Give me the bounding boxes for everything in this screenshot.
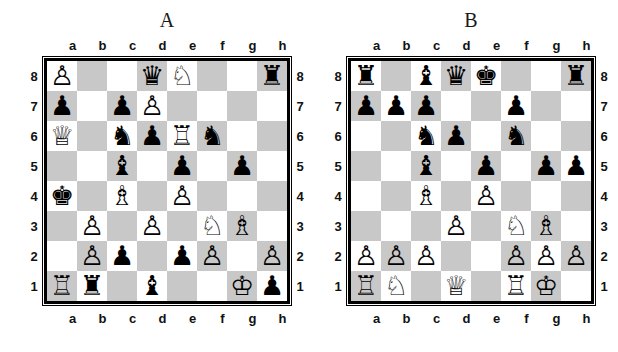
board-a-group: A abcdefgh 87654321 ♙♛♘♜♟♟♙♕♞♟♖♞♝♟♟♚♗♙♙♙… (26, 8, 308, 326)
piece-black-bishop-c5: ♝ (414, 152, 438, 179)
file-label-e: e (178, 311, 208, 326)
square-c1 (411, 271, 441, 301)
square-f6: ♞ (501, 121, 531, 151)
file-label-g: g (542, 311, 572, 326)
square-g8 (227, 61, 257, 91)
rank-label-2: 2 (292, 241, 308, 271)
board-b-file-labels-bottom: abcdefgh (341, 310, 602, 326)
board-a-file-labels-top: abcdefgh (37, 37, 298, 53)
board-a-rank-labels-left: 87654321 (26, 56, 42, 306)
board-a: ♙♛♘♜♟♟♙♕♞♟♖♞♝♟♟♚♗♙♙♙♘♗♙♟♟♙♙♖♜♝♔♟ (47, 61, 287, 301)
piece-black-knight-c6: ♞ (110, 122, 134, 149)
file-label-a: a (362, 38, 392, 53)
rank-label-8: 8 (26, 61, 42, 91)
square-e4: ♙ (471, 181, 501, 211)
file-label-c: c (118, 38, 148, 53)
file-label-g: g (238, 38, 268, 53)
piece-white-knight-e8: ♘ (170, 62, 194, 89)
rank-label-7: 7 (596, 91, 612, 121)
spacer (341, 45, 362, 46)
square-g4 (227, 181, 257, 211)
square-g1: ♔ (227, 271, 257, 301)
piece-white-pawn-c2: ♙ (414, 242, 438, 269)
chess-figure: A abcdefgh 87654321 ♙♛♘♜♟♟♙♕♞♟♖♞♝♟♟♚♗♙♙♙… (0, 0, 618, 352)
square-a6: ♕ (47, 121, 77, 151)
square-h6 (257, 121, 287, 151)
square-a7: ♟ (47, 91, 77, 121)
square-g2 (227, 241, 257, 271)
rank-label-6: 6 (26, 121, 42, 151)
square-h8: ♜ (561, 61, 591, 91)
board-b-title: B (464, 8, 477, 32)
rank-label-4: 4 (330, 181, 346, 211)
square-g4 (531, 181, 561, 211)
rank-label-7: 7 (26, 91, 42, 121)
square-h2: ♙ (561, 241, 591, 271)
piece-black-pawn-e5: ♟ (170, 152, 194, 179)
piece-white-knight-b1: ♘ (384, 272, 408, 299)
square-b6 (381, 121, 411, 151)
rank-label-1: 1 (26, 271, 42, 301)
square-e5: ♟ (167, 151, 197, 181)
square-b6 (77, 121, 107, 151)
square-g6 (227, 121, 257, 151)
square-b5 (77, 151, 107, 181)
square-g5: ♟ (531, 151, 561, 181)
square-f5 (197, 151, 227, 181)
rank-label-6: 6 (330, 121, 346, 151)
rank-label-3: 3 (292, 211, 308, 241)
rank-label-3: 3 (26, 211, 42, 241)
square-h3 (561, 211, 591, 241)
square-d8: ♛ (441, 61, 471, 91)
piece-white-pawn-a8: ♙ (50, 62, 74, 89)
square-f7: ♟ (501, 91, 531, 121)
rank-label-4: 4 (26, 181, 42, 211)
square-c8 (107, 61, 137, 91)
square-a6 (351, 121, 381, 151)
square-f2: ♙ (197, 241, 227, 271)
square-h6 (561, 121, 591, 151)
file-label-d: d (148, 311, 178, 326)
file-label-c: c (118, 311, 148, 326)
board-b-group: B abcdefgh 87654321 ♜♝♛♚♜♟♟♟♟♞♟♞♝♟♟♟♗♙♙♘… (330, 8, 612, 326)
piece-black-pawn-a7: ♟ (354, 92, 378, 119)
square-b5 (381, 151, 411, 181)
rank-label-4: 4 (292, 181, 308, 211)
square-e6: ♖ (167, 121, 197, 151)
square-a2: ♙ (351, 241, 381, 271)
board-b-rank-labels-left: 87654321 (330, 56, 346, 306)
square-f8 (197, 61, 227, 91)
piece-white-pawn-h2: ♙ (260, 242, 284, 269)
square-f7 (197, 91, 227, 121)
square-g5: ♟ (227, 151, 257, 181)
square-e2 (471, 241, 501, 271)
square-a8: ♜ (351, 61, 381, 91)
file-label-b: b (88, 311, 118, 326)
piece-black-pawn-d6: ♟ (140, 122, 164, 149)
square-c5: ♝ (107, 151, 137, 181)
square-e8: ♚ (471, 61, 501, 91)
file-label-set: abcdefgh (362, 38, 602, 53)
square-g7 (227, 91, 257, 121)
piece-white-king-g1: ♔ (534, 272, 558, 299)
square-d7 (441, 91, 471, 121)
piece-white-pawn-f2: ♙ (200, 242, 224, 269)
piece-white-bishop-g3: ♗ (230, 212, 254, 239)
piece-black-pawn-c2: ♟ (110, 242, 134, 269)
board-b-file-labels-top: abcdefgh (341, 37, 602, 53)
file-label-f: f (512, 311, 542, 326)
piece-white-pawn-b2: ♙ (80, 242, 104, 269)
piece-black-king-e8: ♚ (474, 62, 498, 89)
square-e6 (471, 121, 501, 151)
square-e8: ♘ (167, 61, 197, 91)
piece-black-pawn-h1: ♟ (260, 272, 284, 299)
file-label-a: a (58, 38, 88, 53)
piece-white-pawn-d3: ♙ (140, 212, 164, 239)
file-label-e: e (178, 38, 208, 53)
file-label-d: d (148, 38, 178, 53)
piece-black-pawn-e2: ♟ (170, 242, 194, 269)
square-g7 (531, 91, 561, 121)
rank-label-5: 5 (330, 151, 346, 181)
square-h3 (257, 211, 287, 241)
square-a4: ♚ (47, 181, 77, 211)
piece-white-bishop-g3: ♗ (534, 212, 558, 239)
square-d6: ♟ (137, 121, 167, 151)
piece-white-pawn-b2: ♙ (384, 242, 408, 269)
piece-black-pawn-d6: ♟ (444, 122, 468, 149)
piece-black-bishop-c8: ♝ (414, 62, 438, 89)
square-f2: ♙ (501, 241, 531, 271)
square-a7: ♟ (351, 91, 381, 121)
square-c1 (107, 271, 137, 301)
rank-label-3: 3 (596, 211, 612, 241)
square-h5: ♟ (561, 151, 591, 181)
square-e1 (167, 271, 197, 301)
piece-black-bishop-c5: ♝ (110, 152, 134, 179)
rank-label-1: 1 (596, 271, 612, 301)
piece-black-rook-a8: ♜ (354, 62, 378, 89)
file-label-set: abcdefgh (58, 38, 298, 53)
piece-white-pawn-e4: ♙ (474, 182, 498, 209)
piece-black-pawn-c7: ♟ (110, 92, 134, 119)
square-c3 (411, 211, 441, 241)
square-g8 (531, 61, 561, 91)
piece-black-king-a4: ♚ (50, 182, 74, 209)
square-d1: ♕ (441, 271, 471, 301)
file-label-f: f (208, 38, 238, 53)
piece-white-pawn-h2: ♙ (564, 242, 588, 269)
file-label-h: h (572, 311, 602, 326)
square-c4: ♗ (107, 181, 137, 211)
square-h4 (257, 181, 287, 211)
piece-white-pawn-b3: ♙ (80, 212, 104, 239)
square-b3: ♙ (77, 211, 107, 241)
rank-label-2: 2 (596, 241, 612, 271)
board-a-file-labels-bottom: abcdefgh (37, 310, 298, 326)
square-a3 (47, 211, 77, 241)
board-a-frame: ♙♛♘♜♟♟♙♕♞♟♖♞♝♟♟♚♗♙♙♙♘♗♙♟♟♙♙♖♜♝♔♟ (44, 58, 290, 304)
file-label-g: g (238, 311, 268, 326)
piece-white-rook-a1: ♖ (354, 272, 378, 299)
piece-black-pawn-e5: ♟ (474, 152, 498, 179)
square-a5 (351, 151, 381, 181)
square-a8: ♙ (47, 61, 77, 91)
file-label-d: d (452, 311, 482, 326)
file-label-a: a (362, 311, 392, 326)
square-c6: ♞ (411, 121, 441, 151)
square-f5 (501, 151, 531, 181)
square-g3: ♗ (227, 211, 257, 241)
piece-black-pawn-h5: ♟ (564, 152, 588, 179)
square-c2: ♙ (411, 241, 441, 271)
piece-black-queen-d8: ♛ (140, 62, 164, 89)
spacer (37, 45, 58, 46)
piece-white-knight-f3: ♘ (504, 212, 528, 239)
rank-label-7: 7 (330, 91, 346, 121)
piece-black-rook-b1: ♜ (80, 272, 104, 299)
board-b-rank-labels-right: 87654321 (596, 56, 612, 306)
square-d4 (137, 181, 167, 211)
rank-label-5: 5 (596, 151, 612, 181)
rank-label-2: 2 (330, 241, 346, 271)
square-b7: ♟ (381, 91, 411, 121)
square-c2: ♟ (107, 241, 137, 271)
rank-label-4: 4 (596, 181, 612, 211)
file-label-h: h (572, 38, 602, 53)
file-label-f: f (512, 38, 542, 53)
square-g3: ♗ (531, 211, 561, 241)
rank-label-2: 2 (26, 241, 42, 271)
piece-white-pawn-e4: ♙ (170, 182, 194, 209)
file-label-c: c (422, 311, 452, 326)
square-b3 (381, 211, 411, 241)
piece-white-pawn-f2: ♙ (504, 242, 528, 269)
piece-white-bishop-c4: ♗ (110, 182, 134, 209)
piece-black-knight-f6: ♞ (504, 122, 528, 149)
rank-label-8: 8 (292, 61, 308, 91)
square-d1: ♝ (137, 271, 167, 301)
square-h7 (561, 91, 591, 121)
square-e3 (167, 211, 197, 241)
square-h1 (561, 271, 591, 301)
piece-black-pawn-g5: ♟ (534, 152, 558, 179)
square-c5: ♝ (411, 151, 441, 181)
square-d5 (441, 151, 471, 181)
square-h7 (257, 91, 287, 121)
file-label-c: c (422, 38, 452, 53)
square-a5 (47, 151, 77, 181)
file-label-b: b (392, 38, 422, 53)
piece-white-bishop-c4: ♗ (414, 182, 438, 209)
square-f6: ♞ (197, 121, 227, 151)
piece-white-pawn-d3: ♙ (444, 212, 468, 239)
square-g6 (531, 121, 561, 151)
square-d6: ♟ (441, 121, 471, 151)
piece-black-knight-c6: ♞ (414, 122, 438, 149)
square-e4: ♙ (167, 181, 197, 211)
file-label-d: d (452, 38, 482, 53)
rank-label-5: 5 (26, 151, 42, 181)
file-label-f: f (208, 311, 238, 326)
square-e7 (471, 91, 501, 121)
square-h1: ♟ (257, 271, 287, 301)
rank-label-1: 1 (330, 271, 346, 301)
spacer (37, 318, 58, 319)
square-f1: ♖ (501, 271, 531, 301)
square-f4 (501, 181, 531, 211)
square-b4 (77, 181, 107, 211)
square-c7: ♟ (107, 91, 137, 121)
piece-black-pawn-a7: ♟ (50, 92, 74, 119)
piece-black-queen-d8: ♛ (444, 62, 468, 89)
square-e7 (167, 91, 197, 121)
file-label-g: g (542, 38, 572, 53)
file-label-a: a (58, 311, 88, 326)
square-c7: ♟ (411, 91, 441, 121)
rank-label-3: 3 (330, 211, 346, 241)
file-label-h: h (268, 311, 298, 326)
rank-label-8: 8 (330, 61, 346, 91)
file-label-e: e (482, 38, 512, 53)
square-h2: ♙ (257, 241, 287, 271)
square-c8: ♝ (411, 61, 441, 91)
rank-label-6: 6 (292, 121, 308, 151)
square-f8 (501, 61, 531, 91)
square-g1: ♔ (531, 271, 561, 301)
piece-white-knight-f3: ♘ (200, 212, 224, 239)
square-e3 (471, 211, 501, 241)
square-d2 (441, 241, 471, 271)
piece-white-queen-d1: ♕ (444, 272, 468, 299)
square-f3: ♘ (501, 211, 531, 241)
square-f3: ♘ (197, 211, 227, 241)
piece-black-rook-h8: ♜ (564, 62, 588, 89)
square-a3 (351, 211, 381, 241)
square-b2: ♙ (381, 241, 411, 271)
square-b7 (77, 91, 107, 121)
board-b: ♜♝♛♚♜♟♟♟♟♞♟♞♝♟♟♟♗♙♙♘♗♙♙♙♙♙♙♖♘♕♖♔ (351, 61, 591, 301)
square-f4 (197, 181, 227, 211)
rank-label-8: 8 (596, 61, 612, 91)
file-label-set: abcdefgh (362, 311, 602, 326)
rank-label-5: 5 (292, 151, 308, 181)
piece-black-pawn-f7: ♟ (504, 92, 528, 119)
square-d7: ♙ (137, 91, 167, 121)
piece-white-pawn-a2: ♙ (354, 242, 378, 269)
file-label-b: b (88, 38, 118, 53)
square-d8: ♛ (137, 61, 167, 91)
piece-black-pawn-c7: ♟ (414, 92, 438, 119)
piece-white-pawn-d7: ♙ (140, 92, 164, 119)
file-label-b: b (392, 311, 422, 326)
piece-white-king-g1: ♔ (230, 272, 254, 299)
square-d2 (137, 241, 167, 271)
square-h5 (257, 151, 287, 181)
square-e2: ♟ (167, 241, 197, 271)
square-a2 (47, 241, 77, 271)
square-d3: ♙ (137, 211, 167, 241)
square-c6: ♞ (107, 121, 137, 151)
piece-black-pawn-b7: ♟ (384, 92, 408, 119)
square-b8 (77, 61, 107, 91)
board-a-rank-labels-right: 87654321 (292, 56, 308, 306)
square-d5 (137, 151, 167, 181)
square-g2: ♙ (531, 241, 561, 271)
square-b1: ♜ (77, 271, 107, 301)
piece-white-pawn-g2: ♙ (534, 242, 558, 269)
square-d3: ♙ (441, 211, 471, 241)
piece-white-rook-a1: ♖ (50, 272, 74, 299)
file-label-e: e (482, 311, 512, 326)
piece-white-queen-a6: ♕ (50, 122, 74, 149)
square-b4 (381, 181, 411, 211)
spacer (341, 318, 362, 319)
square-e5: ♟ (471, 151, 501, 181)
piece-black-pawn-g5: ♟ (230, 152, 254, 179)
piece-black-knight-f6: ♞ (200, 122, 224, 149)
board-a-title: A (160, 8, 174, 32)
rank-label-6: 6 (596, 121, 612, 151)
square-c3 (107, 211, 137, 241)
square-b2: ♙ (77, 241, 107, 271)
board-b-frame: ♜♝♛♚♜♟♟♟♟♞♟♞♝♟♟♟♗♙♙♘♗♙♙♙♙♙♙♖♘♕♖♔ (348, 58, 594, 304)
square-a1: ♖ (351, 271, 381, 301)
square-a1: ♖ (47, 271, 77, 301)
file-label-set: abcdefgh (58, 311, 298, 326)
square-h8: ♜ (257, 61, 287, 91)
square-b1: ♘ (381, 271, 411, 301)
square-b8 (381, 61, 411, 91)
square-d4 (441, 181, 471, 211)
square-f1 (197, 271, 227, 301)
square-c4: ♗ (411, 181, 441, 211)
piece-black-bishop-d1: ♝ (140, 272, 164, 299)
rank-label-1: 1 (292, 271, 308, 301)
square-e1 (471, 271, 501, 301)
piece-white-rook-e6: ♖ (170, 122, 194, 149)
square-h4 (561, 181, 591, 211)
file-label-h: h (268, 38, 298, 53)
square-a4 (351, 181, 381, 211)
piece-black-rook-h8: ♜ (260, 62, 284, 89)
piece-white-rook-f1: ♖ (504, 272, 528, 299)
rank-label-7: 7 (292, 91, 308, 121)
